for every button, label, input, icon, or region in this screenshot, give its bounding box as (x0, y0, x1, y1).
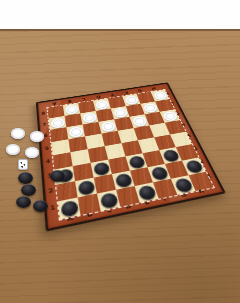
spare-black-checker[interactable] (50, 170, 65, 182)
spare-white-checker[interactable] (11, 128, 25, 139)
spare-black-checker[interactable] (16, 196, 31, 208)
checker-black-h2[interactable] (184, 159, 204, 174)
checker-black-c3[interactable] (92, 161, 110, 176)
spare-black-checker[interactable] (21, 184, 36, 196)
spare-white-checker[interactable] (25, 147, 39, 158)
rank-label-left-1: 1 (47, 198, 58, 217)
spare-white-checker[interactable] (6, 144, 20, 155)
checker-black-d2[interactable] (114, 172, 133, 188)
spare-black-checker[interactable] (33, 200, 48, 212)
white-backdrop-strip (0, 0, 240, 29)
checker-black-c1[interactable] (99, 192, 118, 209)
dice[interactable] (18, 159, 28, 170)
spare-black-checker[interactable] (18, 172, 33, 184)
checker-black-a1[interactable] (60, 199, 79, 217)
checker-black-b2[interactable] (77, 179, 95, 195)
checker-black-e3[interactable] (127, 155, 145, 169)
spare-white-checker[interactable] (30, 131, 44, 142)
